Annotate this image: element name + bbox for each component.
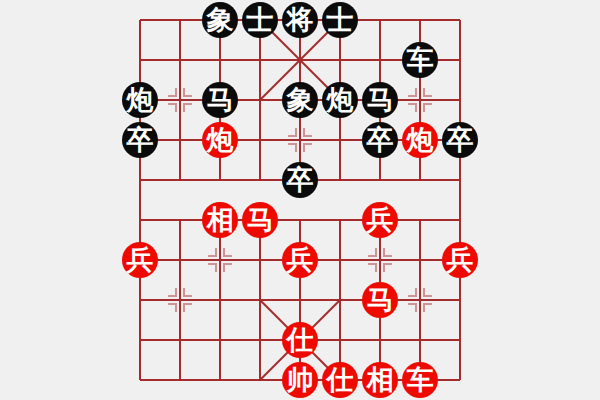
black-horse[interactable]: 马 bbox=[202, 82, 238, 118]
black-general[interactable]: 将 bbox=[282, 2, 318, 38]
red-elephant[interactable]: 相 bbox=[202, 202, 238, 238]
black-cannon[interactable]: 炮 bbox=[322, 82, 358, 118]
red-soldier[interactable]: 兵 bbox=[122, 242, 158, 278]
pieces-layer: 象士将士车炮马象炮马卒卒卒卒炮炮相马兵兵兵兵马仕帅仕相车 bbox=[120, 0, 480, 400]
app-background: 象士将士车炮马象炮马卒卒卒卒炮炮相马兵兵兵兵马仕帅仕相车 bbox=[0, 0, 600, 400]
red-soldier[interactable]: 兵 bbox=[362, 202, 398, 238]
black-elephant[interactable]: 象 bbox=[202, 2, 238, 38]
red-soldier[interactable]: 兵 bbox=[282, 242, 318, 278]
red-elephant[interactable]: 相 bbox=[362, 362, 398, 398]
red-cannon[interactable]: 炮 bbox=[402, 122, 438, 158]
red-general[interactable]: 帅 bbox=[282, 362, 318, 398]
red-advisor[interactable]: 仕 bbox=[282, 322, 318, 358]
red-chariot[interactable]: 车 bbox=[402, 362, 438, 398]
red-advisor[interactable]: 仕 bbox=[322, 362, 358, 398]
black-chariot[interactable]: 车 bbox=[402, 42, 438, 78]
red-soldier[interactable]: 兵 bbox=[442, 242, 478, 278]
black-advisor[interactable]: 士 bbox=[322, 2, 358, 38]
red-cannon[interactable]: 炮 bbox=[202, 122, 238, 158]
black-horse[interactable]: 马 bbox=[362, 82, 398, 118]
black-advisor[interactable]: 士 bbox=[242, 2, 278, 38]
black-soldier[interactable]: 卒 bbox=[282, 162, 318, 198]
red-horse[interactable]: 马 bbox=[362, 282, 398, 318]
black-soldier[interactable]: 卒 bbox=[442, 122, 478, 158]
black-elephant[interactable]: 象 bbox=[282, 82, 318, 118]
black-soldier[interactable]: 卒 bbox=[122, 122, 158, 158]
black-soldier[interactable]: 卒 bbox=[362, 122, 398, 158]
black-cannon[interactable]: 炮 bbox=[122, 82, 158, 118]
xiangqi-board[interactable]: 象士将士车炮马象炮马卒卒卒卒炮炮相马兵兵兵兵马仕帅仕相车 bbox=[120, 0, 480, 400]
red-horse[interactable]: 马 bbox=[242, 202, 278, 238]
